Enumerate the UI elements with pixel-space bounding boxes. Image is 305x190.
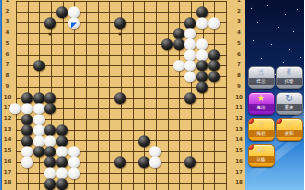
row-label-left: 18 xyxy=(2,181,13,187)
black-stone xyxy=(184,92,196,104)
row-label-right: 3 xyxy=(234,20,245,26)
go-board[interactable]: 1122334455667788991010111112121313141415… xyxy=(2,0,245,190)
black-stone xyxy=(138,157,150,169)
row-label-left: 6 xyxy=(2,52,13,58)
resign-button[interactable]: ✍认输 xyxy=(248,144,275,167)
black-stone xyxy=(114,17,126,29)
star-dot xyxy=(300,57,301,58)
button-label: 悔棋 xyxy=(249,130,274,137)
black-stone xyxy=(114,92,126,104)
row-label-left: 15 xyxy=(2,148,13,154)
row-label-left: 2 xyxy=(2,9,13,15)
hand-point-icon: ☝ xyxy=(249,67,274,78)
row-label-left: 12 xyxy=(2,116,13,122)
button-label: 重来 xyxy=(277,104,302,111)
button-label: 提示 xyxy=(249,78,274,85)
black-stone xyxy=(44,103,56,115)
hint-button[interactable]: ☝提示 xyxy=(248,66,275,89)
star-dot xyxy=(278,27,279,28)
star-dot xyxy=(251,8,252,9)
white-stone xyxy=(173,60,185,72)
star-dot xyxy=(267,5,268,6)
row-label-left: 8 xyxy=(2,73,13,79)
row-label-right: 13 xyxy=(234,127,245,133)
undo-button[interactable]: ☝悔棋 xyxy=(248,118,275,141)
star-point xyxy=(119,32,122,35)
hand-gesture-icon: ✌ xyxy=(277,67,302,78)
star-burst-icon: ★ xyxy=(249,93,274,104)
row-label-left: 9 xyxy=(2,84,13,90)
star-dot xyxy=(293,31,294,32)
black-stone xyxy=(196,82,208,94)
black-stone xyxy=(173,39,185,51)
notification-badge xyxy=(248,118,254,124)
white-stone xyxy=(68,17,80,29)
row-label-right: 11 xyxy=(234,106,245,112)
button-label: 魔法 xyxy=(249,104,274,111)
black-stone xyxy=(56,178,68,190)
star-dot xyxy=(285,14,286,15)
restart-button[interactable]: ↻重来 xyxy=(276,92,303,115)
white-stone xyxy=(68,167,80,179)
white-stone xyxy=(9,103,21,115)
black-stone xyxy=(44,17,56,29)
white-stone xyxy=(21,157,33,169)
white-stone xyxy=(184,71,196,83)
star-dot xyxy=(253,40,254,41)
button-label: 托管 xyxy=(277,78,302,85)
star-dot xyxy=(289,49,290,50)
row-label-left: 16 xyxy=(2,159,13,165)
star-point xyxy=(49,32,52,35)
auto-play-button[interactable]: ✌托管 xyxy=(276,66,303,89)
row-label-right: 4 xyxy=(234,30,245,36)
black-stone xyxy=(184,157,196,169)
row-label-left: 5 xyxy=(2,41,13,47)
row-label-right: 7 xyxy=(234,63,245,69)
row-label-left: 4 xyxy=(2,30,13,36)
row-label-right: 15 xyxy=(234,148,245,154)
last-move-marker-icon xyxy=(71,23,77,29)
star-dot xyxy=(283,62,284,63)
black-stone xyxy=(33,146,45,158)
white-stone xyxy=(149,157,161,169)
notification-badge xyxy=(276,118,282,124)
row-label-right: 8 xyxy=(234,73,245,79)
white-stone xyxy=(208,17,220,29)
black-stone xyxy=(208,71,220,83)
star-dot xyxy=(271,44,272,45)
side-panel: ☝提示✌托管★魔法↻重来☝悔棋☞求和✍认输 xyxy=(245,0,305,190)
row-label-right: 6 xyxy=(234,52,245,58)
row-label-right: 9 xyxy=(234,84,245,90)
go-app-window: 1122334455667788991010111112121313141415… xyxy=(0,0,304,190)
row-label-left: 3 xyxy=(2,20,13,26)
row-label-right: 14 xyxy=(234,138,245,144)
button-label: 认输 xyxy=(249,156,274,163)
peace-button[interactable]: ☞求和 xyxy=(276,118,303,141)
notification-badge xyxy=(248,144,254,150)
row-label-right: 2 xyxy=(234,9,245,15)
row-label-right: 18 xyxy=(234,181,245,187)
magic-button[interactable]: ★魔法 xyxy=(248,92,275,115)
star-dot xyxy=(261,58,262,59)
row-label-right: 10 xyxy=(234,95,245,101)
row-label-right: 1 xyxy=(234,0,245,4)
circular-arrow-icon: ↻ xyxy=(277,93,302,104)
row-label-right: 12 xyxy=(234,116,245,122)
window-left-border xyxy=(0,0,2,190)
button-label: 求和 xyxy=(277,130,302,137)
row-label-right: 5 xyxy=(234,41,245,47)
row-label-right: 17 xyxy=(234,170,245,176)
row-label-right: 16 xyxy=(234,159,245,165)
row-label-left: 13 xyxy=(2,127,13,133)
star-dot xyxy=(257,22,258,23)
white-stone xyxy=(196,17,208,29)
row-label-left: 7 xyxy=(2,63,13,69)
row-label-left: 1 xyxy=(2,0,13,4)
black-stone xyxy=(56,6,68,18)
black-stone xyxy=(161,39,173,51)
row-label-left: 17 xyxy=(2,170,13,176)
black-stone xyxy=(138,135,150,147)
star-dot xyxy=(297,9,298,10)
black-stone xyxy=(114,157,126,169)
black-stone xyxy=(33,60,45,72)
black-stone xyxy=(44,178,56,190)
row-label-left: 10 xyxy=(2,95,13,101)
row-label-left: 14 xyxy=(2,138,13,144)
